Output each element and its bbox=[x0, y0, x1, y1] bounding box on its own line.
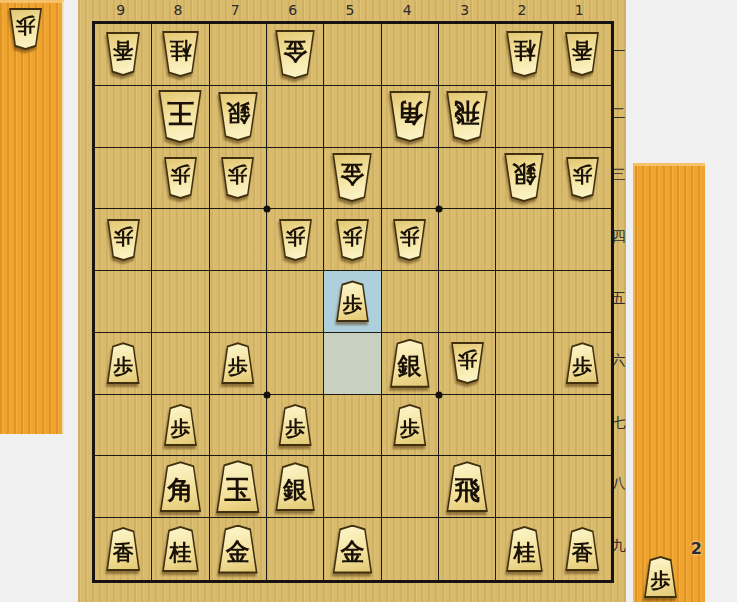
piece-kanji: 桂 bbox=[169, 535, 191, 563]
piece-kanji: 歩 bbox=[285, 412, 305, 438]
file-label-3: 3 bbox=[436, 2, 493, 19]
piece-kanji: 銀 bbox=[512, 163, 536, 193]
piece-kanji: 歩 bbox=[113, 227, 133, 253]
piece-sente-fu[interactable]: 歩 bbox=[163, 404, 198, 446]
piece-body: 歩 bbox=[220, 157, 255, 199]
square-9-2[interactable] bbox=[95, 86, 152, 148]
square-3-3[interactable] bbox=[439, 148, 496, 210]
piece-kanji: 飛 bbox=[454, 471, 480, 503]
piece-body: 歩 bbox=[335, 219, 370, 261]
piece-kanji: 金 bbox=[340, 534, 364, 564]
square-5-5[interactable]: 歩 bbox=[324, 271, 381, 333]
square-3-1[interactable] bbox=[439, 24, 496, 86]
square-6-3[interactable] bbox=[267, 148, 324, 210]
piece-kanji: 歩 bbox=[400, 227, 420, 253]
piece-body: 銀 bbox=[503, 153, 545, 202]
piece-sente-fu[interactable]: 歩 bbox=[643, 556, 678, 598]
square-3-2[interactable]: 飛 bbox=[439, 86, 496, 148]
piece-body: 角 bbox=[388, 91, 432, 142]
file-label-7: 7 bbox=[207, 2, 264, 19]
piece-kanji: 歩 bbox=[16, 16, 36, 42]
square-2-9[interactable]: 桂 bbox=[496, 518, 553, 580]
square-1-3[interactable]: 歩 bbox=[554, 148, 611, 210]
piece-gote-fu[interactable]: 歩 bbox=[220, 157, 255, 199]
piece-sente-gyoku[interactable]: 玉 bbox=[215, 460, 261, 513]
square-7-3[interactable]: 歩 bbox=[210, 148, 267, 210]
square-7-8[interactable]: 玉 bbox=[210, 456, 267, 518]
piece-kanji: 歩 bbox=[572, 165, 592, 191]
piece-gote-fu[interactable]: 歩 bbox=[450, 342, 485, 384]
hand-count: 2 bbox=[691, 539, 702, 558]
piece-gote-kyo[interactable]: 香 bbox=[105, 32, 141, 76]
file-label-4: 4 bbox=[379, 2, 436, 19]
piece-gote-kyo[interactable]: 香 bbox=[564, 32, 600, 76]
square-4-5[interactable] bbox=[382, 271, 439, 333]
square-5-2[interactable] bbox=[324, 86, 381, 148]
square-2-3[interactable]: 銀 bbox=[496, 148, 553, 210]
piece-gote-kin[interactable]: 金 bbox=[331, 153, 373, 202]
square-2-6[interactable] bbox=[496, 333, 553, 395]
square-2-2[interactable] bbox=[496, 86, 553, 148]
piece-body: 桂 bbox=[505, 31, 544, 77]
square-7-6[interactable]: 歩 bbox=[210, 333, 267, 395]
piece-gote-fu[interactable]: 歩 bbox=[392, 219, 427, 261]
piece-sente-fu[interactable]: 歩 bbox=[392, 404, 427, 446]
piece-gote-ou[interactable]: 王 bbox=[157, 90, 203, 143]
piece-body: 歩 bbox=[450, 342, 485, 384]
piece-body: 桂 bbox=[505, 526, 544, 572]
star-point bbox=[436, 391, 443, 398]
piece-kanji: 歩 bbox=[572, 350, 592, 376]
piece-gote-fu[interactable]: 歩 bbox=[335, 219, 370, 261]
piece-kanji: 銀 bbox=[226, 101, 250, 131]
square-4-8[interactable] bbox=[382, 456, 439, 518]
piece-body: 香 bbox=[105, 32, 141, 76]
square-6-5[interactable] bbox=[267, 271, 324, 333]
piece-body: 銀 bbox=[217, 92, 259, 141]
piece-kanji: 香 bbox=[572, 41, 593, 68]
square-5-1[interactable] bbox=[324, 24, 381, 86]
square-7-2[interactable]: 銀 bbox=[210, 86, 267, 148]
piece-sente-hi[interactable]: 飛 bbox=[445, 461, 489, 512]
square-8-3[interactable]: 歩 bbox=[152, 148, 209, 210]
piece-body: 角 bbox=[158, 461, 202, 512]
piece-kanji: 桂 bbox=[169, 40, 191, 68]
piece-kanji: 桂 bbox=[513, 40, 535, 68]
piece-body: 金 bbox=[274, 30, 316, 79]
piece-body: 歩 bbox=[163, 157, 198, 199]
piece-sente-kei[interactable]: 桂 bbox=[161, 526, 200, 572]
piece-gote-hi[interactable]: 飛 bbox=[445, 91, 489, 142]
square-2-7[interactable] bbox=[496, 395, 553, 457]
piece-kanji: 飛 bbox=[454, 100, 480, 132]
square-3-9[interactable] bbox=[439, 518, 496, 580]
square-9-8[interactable] bbox=[95, 456, 152, 518]
square-4-7[interactable]: 歩 bbox=[382, 395, 439, 457]
piece-sente-kaku[interactable]: 角 bbox=[158, 461, 202, 512]
file-label-2: 2 bbox=[493, 2, 550, 19]
piece-kanji: 香 bbox=[113, 536, 134, 563]
square-4-9[interactable] bbox=[382, 518, 439, 580]
square-8-4[interactable] bbox=[152, 209, 209, 271]
piece-gote-fu[interactable]: 歩 bbox=[565, 157, 600, 199]
piece-body: 銀 bbox=[389, 339, 431, 388]
piece-sente-kei[interactable]: 桂 bbox=[505, 526, 544, 572]
piece-kanji: 歩 bbox=[228, 350, 248, 376]
piece-body: 桂 bbox=[161, 526, 200, 572]
piece-kanji: 歩 bbox=[113, 350, 133, 376]
piece-gote-gin[interactable]: 銀 bbox=[217, 92, 259, 141]
file-labels: 987654321 bbox=[92, 2, 608, 19]
square-1-6[interactable]: 歩 bbox=[554, 333, 611, 395]
piece-gote-fu[interactable]: 歩 bbox=[8, 8, 43, 50]
piece-sente-kin[interactable]: 金 bbox=[217, 525, 259, 574]
piece-kanji: 金 bbox=[226, 534, 250, 564]
piece-body: 歩 bbox=[392, 404, 427, 446]
square-4-6[interactable]: 銀 bbox=[382, 333, 439, 395]
file-label-5: 5 bbox=[321, 2, 378, 19]
piece-kanji: 歩 bbox=[170, 412, 190, 438]
piece-body: 歩 bbox=[220, 342, 255, 384]
piece-kanji: 歩 bbox=[342, 288, 362, 314]
star-point bbox=[264, 391, 271, 398]
square-8-5[interactable] bbox=[152, 271, 209, 333]
piece-kanji: 歩 bbox=[342, 227, 362, 253]
square-6-1[interactable]: 金 bbox=[267, 24, 324, 86]
square-1-9[interactable]: 香 bbox=[554, 518, 611, 580]
square-2-8[interactable] bbox=[496, 456, 553, 518]
piece-body: 王 bbox=[157, 90, 203, 143]
file-label-1: 1 bbox=[551, 2, 608, 19]
piece-sente-fu[interactable]: 歩 bbox=[220, 342, 255, 384]
piece-body: 歩 bbox=[643, 556, 678, 598]
square-5-8[interactable] bbox=[324, 456, 381, 518]
piece-body: 歩 bbox=[163, 404, 198, 446]
board-grid: 香桂金桂香王銀角飛歩歩金銀歩歩歩歩歩歩歩歩銀歩歩歩歩歩角玉銀飛香桂金金桂香 bbox=[92, 21, 614, 583]
piece-body: 歩 bbox=[565, 157, 600, 199]
square-7-7[interactable] bbox=[210, 395, 267, 457]
sente-hand-stand: 歩2 bbox=[633, 163, 705, 602]
piece-sente-fu[interactable]: 歩 bbox=[106, 342, 141, 384]
file-label-9: 9 bbox=[92, 2, 149, 19]
piece-body: 金 bbox=[217, 525, 259, 574]
piece-kanji: 銀 bbox=[398, 348, 422, 378]
square-9-7[interactable] bbox=[95, 395, 152, 457]
piece-body: 歩 bbox=[278, 404, 313, 446]
square-8-9[interactable]: 桂 bbox=[152, 518, 209, 580]
square-8-6[interactable] bbox=[152, 333, 209, 395]
piece-kanji: 桂 bbox=[513, 535, 535, 563]
square-9-9[interactable]: 香 bbox=[95, 518, 152, 580]
square-3-5[interactable] bbox=[439, 271, 496, 333]
piece-kanji: 香 bbox=[113, 41, 134, 68]
square-5-6[interactable] bbox=[324, 333, 381, 395]
piece-gote-kei[interactable]: 桂 bbox=[505, 31, 544, 77]
star-point bbox=[264, 206, 271, 213]
square-8-8[interactable]: 角 bbox=[152, 456, 209, 518]
square-6-6[interactable] bbox=[267, 333, 324, 395]
star-point bbox=[436, 206, 443, 213]
piece-body: 金 bbox=[331, 153, 373, 202]
square-2-1[interactable]: 桂 bbox=[496, 24, 553, 86]
square-1-1[interactable]: 香 bbox=[554, 24, 611, 86]
piece-kanji: 歩 bbox=[400, 412, 420, 438]
square-9-3[interactable] bbox=[95, 148, 152, 210]
square-9-4[interactable]: 歩 bbox=[95, 209, 152, 271]
piece-sente-kyo[interactable]: 香 bbox=[105, 527, 141, 571]
square-6-4[interactable]: 歩 bbox=[267, 209, 324, 271]
square-2-5[interactable] bbox=[496, 271, 553, 333]
piece-body: 飛 bbox=[445, 461, 489, 512]
piece-body: 飛 bbox=[445, 91, 489, 142]
square-3-4[interactable] bbox=[439, 209, 496, 271]
piece-kanji: 歩 bbox=[457, 350, 477, 376]
square-3-7[interactable] bbox=[439, 395, 496, 457]
square-8-1[interactable]: 桂 bbox=[152, 24, 209, 86]
piece-body: 歩 bbox=[106, 342, 141, 384]
piece-gote-kaku[interactable]: 角 bbox=[388, 91, 432, 142]
piece-gote-kei[interactable]: 桂 bbox=[161, 31, 200, 77]
piece-sente-gin[interactable]: 銀 bbox=[389, 339, 431, 388]
piece-kanji: 角 bbox=[167, 471, 193, 503]
piece-body: 金 bbox=[331, 525, 373, 574]
piece-body: 香 bbox=[564, 32, 600, 76]
square-5-3[interactable]: 金 bbox=[324, 148, 381, 210]
file-label-6: 6 bbox=[264, 2, 321, 19]
piece-body: 歩 bbox=[278, 219, 313, 261]
piece-body: 香 bbox=[105, 527, 141, 571]
piece-body: 銀 bbox=[274, 462, 316, 511]
square-5-7[interactable] bbox=[324, 395, 381, 457]
piece-sente-fu[interactable]: 歩 bbox=[278, 404, 313, 446]
piece-kanji: 歩 bbox=[285, 227, 305, 253]
gote-hand-stand: 歩 bbox=[0, 0, 64, 434]
piece-gote-fu[interactable]: 歩 bbox=[106, 219, 141, 261]
piece-body: 歩 bbox=[392, 219, 427, 261]
piece-body: 桂 bbox=[161, 31, 200, 77]
piece-kanji: 歩 bbox=[651, 564, 671, 590]
piece-kanji: 銀 bbox=[283, 472, 307, 502]
piece-kanji: 香 bbox=[572, 536, 593, 563]
square-3-6[interactable]: 歩 bbox=[439, 333, 496, 395]
piece-kanji: 王 bbox=[167, 100, 194, 133]
square-6-2[interactable] bbox=[267, 86, 324, 148]
piece-body: 歩 bbox=[565, 342, 600, 384]
square-1-7[interactable] bbox=[554, 395, 611, 457]
piece-kanji: 金 bbox=[283, 39, 307, 69]
square-6-9[interactable] bbox=[267, 518, 324, 580]
square-5-9[interactable]: 金 bbox=[324, 518, 381, 580]
file-label-8: 8 bbox=[149, 2, 206, 19]
square-1-2[interactable] bbox=[554, 86, 611, 148]
square-4-3[interactable] bbox=[382, 148, 439, 210]
piece-body: 香 bbox=[564, 527, 600, 571]
piece-body: 歩 bbox=[106, 219, 141, 261]
square-3-8[interactable]: 飛 bbox=[439, 456, 496, 518]
square-7-9[interactable]: 金 bbox=[210, 518, 267, 580]
piece-kanji: 金 bbox=[340, 163, 364, 193]
square-9-6[interactable]: 歩 bbox=[95, 333, 152, 395]
square-9-5[interactable] bbox=[95, 271, 152, 333]
square-1-8[interactable] bbox=[554, 456, 611, 518]
piece-sente-fu[interactable]: 歩 bbox=[335, 280, 370, 322]
square-5-4[interactable]: 歩 bbox=[324, 209, 381, 271]
piece-kanji: 玉 bbox=[224, 470, 251, 503]
square-6-8[interactable]: 銀 bbox=[267, 456, 324, 518]
piece-kanji: 歩 bbox=[170, 165, 190, 191]
square-4-2[interactable]: 角 bbox=[382, 86, 439, 148]
square-7-5[interactable] bbox=[210, 271, 267, 333]
square-1-5[interactable] bbox=[554, 271, 611, 333]
piece-body: 歩 bbox=[8, 8, 43, 50]
square-4-1[interactable] bbox=[382, 24, 439, 86]
piece-gote-gin[interactable]: 銀 bbox=[503, 153, 545, 202]
square-7-1[interactable] bbox=[210, 24, 267, 86]
piece-body: 玉 bbox=[215, 460, 261, 513]
square-8-2[interactable]: 王 bbox=[152, 86, 209, 148]
square-8-7[interactable]: 歩 bbox=[152, 395, 209, 457]
piece-gote-fu[interactable]: 歩 bbox=[163, 157, 198, 199]
piece-sente-kin[interactable]: 金 bbox=[331, 525, 373, 574]
piece-gote-kin[interactable]: 金 bbox=[274, 30, 316, 79]
square-9-1[interactable]: 香 bbox=[95, 24, 152, 86]
piece-sente-fu[interactable]: 歩 bbox=[565, 342, 600, 384]
piece-kanji: 角 bbox=[397, 100, 423, 132]
square-7-4[interactable] bbox=[210, 209, 267, 271]
piece-body: 歩 bbox=[335, 280, 370, 322]
piece-kanji: 歩 bbox=[228, 165, 248, 191]
piece-gote-fu[interactable]: 歩 bbox=[278, 219, 313, 261]
piece-sente-gin[interactable]: 銀 bbox=[274, 462, 316, 511]
square-4-4[interactable]: 歩 bbox=[382, 209, 439, 271]
square-1-4[interactable] bbox=[554, 209, 611, 271]
piece-sente-kyo[interactable]: 香 bbox=[564, 527, 600, 571]
square-6-7[interactable]: 歩 bbox=[267, 395, 324, 457]
shogi-app: 歩 歩2 987654321 一二三四五六七八九 香桂金桂香王銀角飛歩歩金銀歩歩… bbox=[0, 0, 737, 602]
square-2-4[interactable] bbox=[496, 209, 553, 271]
